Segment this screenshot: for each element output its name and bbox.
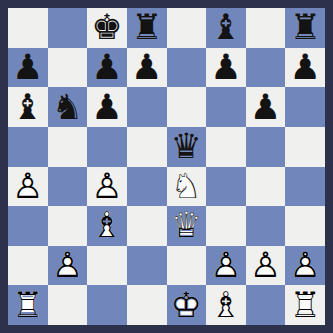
square-e2[interactable]	[167, 246, 207, 286]
square-e3[interactable]: ♛♕	[167, 206, 207, 246]
square-b4[interactable]	[48, 167, 88, 207]
square-g6[interactable]: ♟	[246, 87, 286, 127]
square-a6[interactable]: ♝	[8, 87, 48, 127]
chess-board: ♚♜♝♜♟♟♟♟♟♝♞♟♟♛♟♙♟♙♞♘♝♗♛♕♟♙♟♙♟♙♟♙♜♖♚♔♝♗♜♖	[8, 8, 325, 325]
white-knight[interactable]: ♞♘	[171, 169, 202, 204]
square-f1[interactable]: ♝♗	[206, 285, 246, 325]
square-f3[interactable]	[206, 206, 246, 246]
square-g5[interactable]	[246, 127, 286, 167]
square-e6[interactable]	[167, 87, 207, 127]
white-bishop-outline: ♗	[91, 208, 122, 243]
square-h5[interactable]	[285, 127, 325, 167]
square-c2[interactable]	[87, 246, 127, 286]
square-d1[interactable]	[127, 285, 167, 325]
square-e1[interactable]: ♚♔	[167, 285, 207, 325]
white-rook-outline: ♖	[289, 288, 320, 323]
square-b2[interactable]: ♟♙	[48, 246, 88, 286]
square-b3[interactable]	[48, 206, 88, 246]
black-pawn[interactable]: ♟	[289, 50, 320, 85]
square-a1[interactable]: ♜♖	[8, 285, 48, 325]
square-d4[interactable]	[127, 167, 167, 207]
square-f4[interactable]	[206, 167, 246, 207]
square-f5[interactable]	[206, 127, 246, 167]
square-b8[interactable]	[48, 8, 88, 48]
square-h8[interactable]: ♜	[285, 8, 325, 48]
square-b1[interactable]	[48, 285, 88, 325]
square-d6[interactable]	[127, 87, 167, 127]
white-queen[interactable]: ♛♕	[171, 208, 202, 243]
square-f7[interactable]: ♟	[206, 48, 246, 88]
square-d8[interactable]: ♜	[127, 8, 167, 48]
square-d5[interactable]	[127, 127, 167, 167]
white-pawn-outline: ♙	[289, 248, 320, 283]
black-king[interactable]: ♚	[91, 10, 122, 45]
square-f8[interactable]: ♝	[206, 8, 246, 48]
black-rook[interactable]: ♜	[131, 10, 162, 45]
white-rook[interactable]: ♜♖	[12, 288, 43, 323]
black-bishop[interactable]: ♝	[210, 10, 241, 45]
square-g3[interactable]	[246, 206, 286, 246]
white-pawn-outline: ♙	[52, 248, 83, 283]
chess-board-frame: ♚♜♝♜♟♟♟♟♟♝♞♟♟♛♟♙♟♙♞♘♝♗♛♕♟♙♟♙♟♙♟♙♜♖♚♔♝♗♜♖	[0, 0, 333, 333]
black-pawn[interactable]: ♟	[91, 90, 122, 125]
square-a4[interactable]: ♟♙	[8, 167, 48, 207]
white-king-outline: ♔	[171, 288, 202, 323]
white-queen-outline: ♕	[171, 208, 202, 243]
white-pawn-outline: ♙	[250, 248, 281, 283]
square-a7[interactable]: ♟	[8, 48, 48, 88]
white-pawn[interactable]: ♟♙	[12, 169, 43, 204]
white-king[interactable]: ♚♔	[171, 288, 202, 323]
white-pawn[interactable]: ♟♙	[289, 248, 320, 283]
black-pawn[interactable]: ♟	[91, 50, 122, 85]
white-knight-outline: ♘	[171, 169, 202, 204]
square-h4[interactable]	[285, 167, 325, 207]
black-knight[interactable]: ♞	[52, 90, 83, 125]
black-pawn[interactable]: ♟	[210, 50, 241, 85]
black-pawn[interactable]: ♟	[250, 90, 281, 125]
square-g4[interactable]	[246, 167, 286, 207]
square-b6[interactable]: ♞	[48, 87, 88, 127]
square-h3[interactable]	[285, 206, 325, 246]
square-c4[interactable]: ♟♙	[87, 167, 127, 207]
square-g7[interactable]	[246, 48, 286, 88]
square-h2[interactable]: ♟♙	[285, 246, 325, 286]
square-e7[interactable]	[167, 48, 207, 88]
square-a3[interactable]	[8, 206, 48, 246]
square-g8[interactable]	[246, 8, 286, 48]
square-e5[interactable]: ♛	[167, 127, 207, 167]
square-c3[interactable]: ♝♗	[87, 206, 127, 246]
white-bishop-outline: ♗	[210, 288, 241, 323]
white-rook[interactable]: ♜♖	[289, 288, 320, 323]
white-pawn-outline: ♙	[91, 169, 122, 204]
square-h1[interactable]: ♜♖	[285, 285, 325, 325]
square-h7[interactable]: ♟	[285, 48, 325, 88]
square-a2[interactable]	[8, 246, 48, 286]
white-pawn[interactable]: ♟♙	[52, 248, 83, 283]
square-d2[interactable]	[127, 246, 167, 286]
square-f2[interactable]: ♟♙	[206, 246, 246, 286]
white-bishop[interactable]: ♝♗	[210, 288, 241, 323]
square-c7[interactable]: ♟	[87, 48, 127, 88]
black-queen[interactable]: ♛	[171, 129, 202, 164]
black-pawn[interactable]: ♟	[131, 50, 162, 85]
square-g2[interactable]: ♟♙	[246, 246, 286, 286]
white-pawn[interactable]: ♟♙	[91, 169, 122, 204]
white-pawn-outline: ♙	[12, 169, 43, 204]
square-c8[interactable]: ♚	[87, 8, 127, 48]
square-c5[interactable]	[87, 127, 127, 167]
square-e4[interactable]: ♞♘	[167, 167, 207, 207]
square-c1[interactable]	[87, 285, 127, 325]
square-f6[interactable]	[206, 87, 246, 127]
white-pawn[interactable]: ♟♙	[210, 248, 241, 283]
square-e8[interactable]	[167, 8, 207, 48]
black-bishop[interactable]: ♝	[12, 90, 43, 125]
square-a8[interactable]	[8, 8, 48, 48]
white-pawn[interactable]: ♟♙	[250, 248, 281, 283]
black-rook[interactable]: ♜	[289, 10, 320, 45]
square-h6[interactable]	[285, 87, 325, 127]
white-rook-outline: ♖	[12, 288, 43, 323]
white-bishop[interactable]: ♝♗	[91, 208, 122, 243]
black-pawn[interactable]: ♟	[12, 50, 43, 85]
square-b5[interactable]	[48, 127, 88, 167]
square-g1[interactable]	[246, 285, 286, 325]
square-d3[interactable]	[127, 206, 167, 246]
square-a5[interactable]	[8, 127, 48, 167]
square-b7[interactable]	[48, 48, 88, 88]
square-d7[interactable]: ♟	[127, 48, 167, 88]
square-c6[interactable]: ♟	[87, 87, 127, 127]
white-pawn-outline: ♙	[210, 248, 241, 283]
